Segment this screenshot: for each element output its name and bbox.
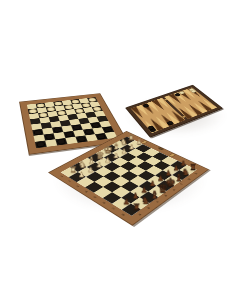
rank-label: 5 [93,196,98,199]
rank-label: 6 [102,201,107,204]
brass-hinge-icon [169,154,174,157]
dark-checker [36,141,46,147]
product-photo-stage: Wooden 3-in-1 game set: checkers board w… [0,0,240,303]
light-checker [57,111,66,116]
dark-checker [57,139,67,145]
dark-point [152,100,167,111]
light-checker [64,105,73,110]
white-pawn: ♟ [67,172,96,179]
file-label: a [137,213,142,216]
dark-point [186,103,202,115]
rank-label: 4 [84,190,89,193]
rank-label: 2 [67,180,71,183]
rank-label: 8 [121,213,126,216]
rank-label: 1 [59,175,63,178]
dark-point [196,100,212,111]
checkers-square [55,138,67,146]
dark-checker [53,127,62,132]
rank-label: 3 [76,185,81,188]
black-rook: ♜ [120,203,152,212]
chess-board: abcdefgh 12345678 ♜♞♝♛♚♝♞♜♟♟♟♟♟♟♟♟♟♟♟♟♟♟… [49,132,207,225]
clasp-icon [158,147,163,150]
chess-board-scene: abcdefgh 12345678 ♜♞♝♛♚♝♞♜♟♟♟♟♟♟♟♟♟♟♟♟♟♟… [73,115,185,227]
rank-label: 7 [111,207,116,210]
